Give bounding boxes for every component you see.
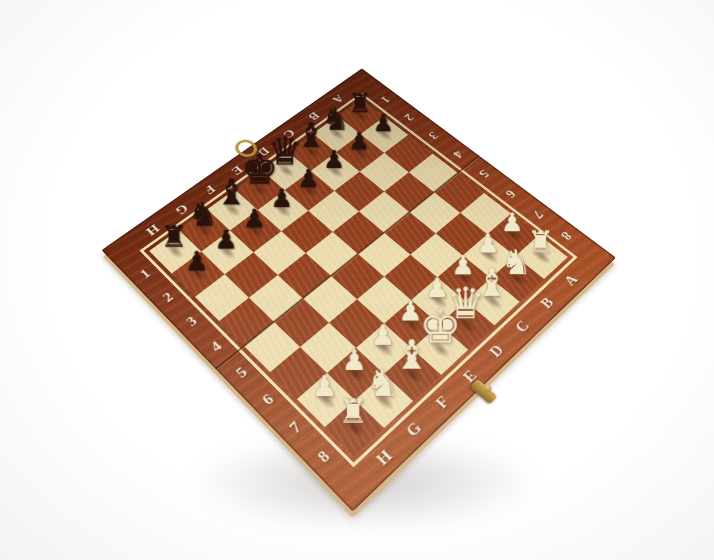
coord-rank-top-6: 6 bbox=[502, 187, 518, 199]
coord-rank-top-1: 1 bbox=[378, 94, 392, 104]
coord-rank-top-3: 3 bbox=[425, 129, 440, 140]
coord-file-right-D: D bbox=[487, 342, 507, 360]
coord-rank-bottom-4: 4 bbox=[208, 338, 224, 353]
coord-file-right-F: F bbox=[433, 393, 452, 411]
coord-rank-bottom-6: 6 bbox=[259, 391, 276, 408]
coord-rank-bottom-8: 8 bbox=[314, 447, 332, 465]
product-photo-scene: 1122334455667788AABBCCDDEEFFGGHH ♜♞♝♛♚♝♞… bbox=[0, 0, 714, 560]
coord-file-right-H: H bbox=[373, 447, 395, 468]
coord-rank-top-7: 7 bbox=[529, 207, 545, 220]
coord-rank-top-4: 4 bbox=[450, 148, 465, 159]
coord-rank-top-2: 2 bbox=[401, 111, 415, 122]
dark-pawn-icon: ♟ bbox=[178, 248, 216, 274]
board-stage: 1122334455667788AABBCCDDEEFFGGHH ♜♞♝♛♚♝♞… bbox=[176, 72, 540, 436]
pieces-layer: ♜♞♝♛♚♝♞♜♟♟♟♟♟♟♟♟♟♟♟♟♟♟♟♟♜♞♝♛♚♝♞♜ bbox=[149, 99, 568, 456]
coord-file-right-G: G bbox=[403, 419, 424, 439]
coord-file-right-C: C bbox=[513, 318, 533, 335]
light-rook-icon: ♜ bbox=[332, 395, 374, 429]
coord-rank-bottom-3: 3 bbox=[183, 314, 199, 329]
coord-rank-bottom-7: 7 bbox=[286, 418, 304, 435]
coord-file-right-A: A bbox=[562, 272, 581, 288]
coord-rank-bottom-5: 5 bbox=[233, 364, 250, 380]
coord-rank-top-8: 8 bbox=[557, 228, 573, 241]
coord-rank-top-5: 5 bbox=[475, 167, 490, 179]
coord-rank-bottom-2: 2 bbox=[160, 290, 176, 304]
coord-file-right-B: B bbox=[538, 294, 557, 310]
coord-rank-bottom-1: 1 bbox=[137, 266, 152, 280]
